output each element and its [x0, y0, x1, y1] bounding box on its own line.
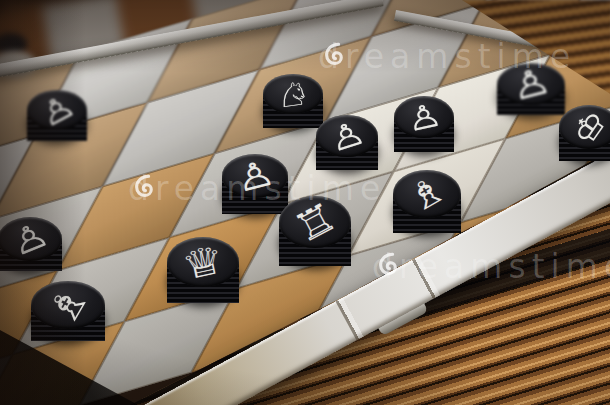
stock-photo-chess-scene: ♙♘♙♔♙♙♙♗♙♖♕♗ dreamstimedreamstimedreamst… — [0, 0, 610, 405]
